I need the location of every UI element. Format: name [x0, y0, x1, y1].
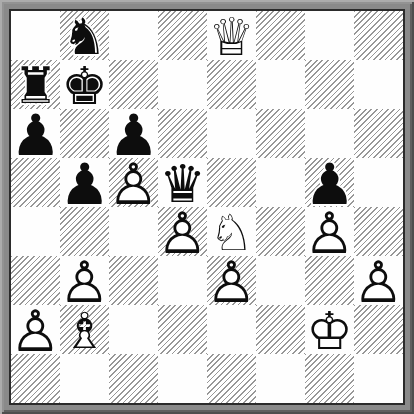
- white-piece-fill-glyph: ♟: [158, 209, 207, 258]
- white-piece-outline-glyph: ♙: [11, 307, 60, 356]
- white-piece-outline-glyph: ♗: [60, 306, 109, 355]
- square-b3[interactable]: ♟♙: [60, 256, 109, 305]
- square-a3[interactable]: [11, 256, 60, 305]
- square-f7[interactable]: [256, 60, 305, 109]
- square-d1[interactable]: [158, 354, 207, 403]
- white-piece-fill-glyph: ♟: [109, 160, 158, 209]
- square-e5[interactable]: [207, 158, 256, 207]
- square-d6[interactable]: [158, 109, 207, 158]
- white-piece-fill-glyph: ♟: [305, 209, 354, 258]
- square-c5[interactable]: ♟♙: [109, 158, 158, 207]
- white-piece-fill-glyph: ♟: [207, 258, 256, 307]
- white-piece-outline-glyph: ♙: [109, 160, 158, 209]
- square-a1[interactable]: [11, 354, 60, 403]
- white-piece-fill-glyph: ♟: [11, 307, 60, 356]
- square-a2[interactable]: ♟♙: [11, 305, 60, 354]
- square-h8[interactable]: [354, 11, 403, 60]
- white-knight-e4[interactable]: ♞♘: [207, 207, 256, 256]
- white-pawn-d4[interactable]: ♟♙: [158, 207, 207, 256]
- square-a4[interactable]: [11, 207, 60, 256]
- white-piece-fill-glyph: ♚: [305, 306, 354, 355]
- square-e8[interactable]: ♛♕: [207, 11, 256, 60]
- square-g1[interactable]: [305, 354, 354, 403]
- square-a7[interactable]: ♜: [11, 60, 60, 109]
- square-a5[interactable]: [11, 158, 60, 207]
- square-b1[interactable]: [60, 354, 109, 403]
- square-e3[interactable]: ♟♙: [207, 256, 256, 305]
- white-piece-fill-glyph: ♛: [207, 12, 256, 61]
- black-queen-d5[interactable]: ♛: [158, 158, 207, 207]
- square-d8[interactable]: [158, 11, 207, 60]
- square-g8[interactable]: [305, 11, 354, 60]
- square-c6[interactable]: ♟: [109, 109, 158, 158]
- white-piece-outline-glyph: ♙: [305, 209, 354, 258]
- white-piece-outline-glyph: ♙: [354, 258, 403, 307]
- white-queen-e8[interactable]: ♛♕: [207, 11, 256, 60]
- square-e1[interactable]: [207, 354, 256, 403]
- board-frame: ♞♛♕♜♚♟♟♟♟♙♛♟♟♙♞♘♟♙♟♙♟♙♟♙♟♙♝♗♚♔: [0, 0, 414, 414]
- white-piece-fill-glyph: ♞: [207, 208, 256, 257]
- white-pawn-b3[interactable]: ♟♙: [60, 256, 109, 305]
- white-piece-outline-glyph: ♙: [158, 209, 207, 258]
- white-piece-fill-glyph: ♝: [60, 306, 109, 355]
- square-f3[interactable]: [256, 256, 305, 305]
- square-b4[interactable]: [60, 207, 109, 256]
- square-c8[interactable]: [109, 11, 158, 60]
- black-piece-glyph: ♚: [60, 61, 109, 110]
- square-b6[interactable]: [60, 109, 109, 158]
- black-pawn-c6[interactable]: ♟: [109, 109, 158, 158]
- square-d7[interactable]: [158, 60, 207, 109]
- square-f8[interactable]: [256, 11, 305, 60]
- black-knight-b8[interactable]: ♞: [60, 11, 109, 60]
- square-h4[interactable]: [354, 207, 403, 256]
- square-c3[interactable]: [109, 256, 158, 305]
- square-h2[interactable]: [354, 305, 403, 354]
- square-f2[interactable]: [256, 305, 305, 354]
- white-piece-outline-glyph: ♔: [305, 306, 354, 355]
- white-pawn-h3[interactable]: ♟♙: [354, 256, 403, 305]
- white-pawn-e3[interactable]: ♟♙: [207, 256, 256, 305]
- square-b2[interactable]: ♝♗: [60, 305, 109, 354]
- black-piece-glyph: ♟: [109, 111, 158, 160]
- white-pawn-a2[interactable]: ♟♙: [11, 305, 60, 354]
- square-h3[interactable]: ♟♙: [354, 256, 403, 305]
- square-d3[interactable]: [158, 256, 207, 305]
- square-d4[interactable]: ♟♙: [158, 207, 207, 256]
- square-g3[interactable]: [305, 256, 354, 305]
- square-g2[interactable]: ♚♔: [305, 305, 354, 354]
- square-b7[interactable]: ♚: [60, 60, 109, 109]
- white-piece-outline-glyph: ♙: [207, 258, 256, 307]
- white-pawn-g4[interactable]: ♟♙: [305, 207, 354, 256]
- black-piece-glyph: ♟: [60, 160, 109, 209]
- black-piece-glyph: ♛: [158, 159, 207, 208]
- square-h6[interactable]: [354, 109, 403, 158]
- black-piece-glyph: ♞: [60, 12, 109, 61]
- square-f1[interactable]: [256, 354, 305, 403]
- black-pawn-a6[interactable]: ♟: [11, 109, 60, 158]
- white-king-g2[interactable]: ♚♔: [305, 305, 354, 354]
- square-f4[interactable]: [256, 207, 305, 256]
- black-king-b7[interactable]: ♚: [60, 60, 109, 109]
- white-piece-fill-glyph: ♟: [354, 258, 403, 307]
- square-e7[interactable]: [207, 60, 256, 109]
- square-h7[interactable]: [354, 60, 403, 109]
- white-piece-fill-glyph: ♟: [60, 258, 109, 307]
- square-h5[interactable]: [354, 158, 403, 207]
- black-piece-glyph: ♟: [11, 111, 60, 160]
- square-a6[interactable]: ♟: [11, 109, 60, 158]
- square-g6[interactable]: [305, 109, 354, 158]
- square-c2[interactable]: [109, 305, 158, 354]
- white-pawn-c5[interactable]: ♟♙: [109, 158, 158, 207]
- square-e6[interactable]: [207, 109, 256, 158]
- square-h1[interactable]: [354, 354, 403, 403]
- black-piece-glyph: ♟: [305, 160, 354, 209]
- black-rook-a7[interactable]: ♜: [11, 60, 60, 109]
- black-piece-glyph: ♜: [11, 61, 60, 110]
- chess-board: ♞♛♕♜♚♟♟♟♟♙♛♟♟♙♞♘♟♙♟♙♟♙♟♙♟♙♝♗♚♔: [9, 9, 405, 405]
- square-c4[interactable]: [109, 207, 158, 256]
- white-piece-outline-glyph: ♙: [60, 258, 109, 307]
- black-pawn-b5[interactable]: ♟: [60, 158, 109, 207]
- square-d2[interactable]: [158, 305, 207, 354]
- square-g5[interactable]: ♟: [305, 158, 354, 207]
- white-bishop-b2[interactable]: ♝♗: [60, 305, 109, 354]
- square-a8[interactable]: [11, 11, 60, 60]
- square-c7[interactable]: [109, 60, 158, 109]
- square-e4[interactable]: ♞♘: [207, 207, 256, 256]
- square-b5[interactable]: ♟: [60, 158, 109, 207]
- square-f5[interactable]: [256, 158, 305, 207]
- white-piece-outline-glyph: ♘: [207, 208, 256, 257]
- square-f6[interactable]: [256, 109, 305, 158]
- square-e2[interactable]: [207, 305, 256, 354]
- white-piece-outline-glyph: ♕: [207, 12, 256, 61]
- square-d5[interactable]: ♛: [158, 158, 207, 207]
- square-g7[interactable]: [305, 60, 354, 109]
- black-pawn-g5[interactable]: ♟: [305, 158, 354, 207]
- square-g4[interactable]: ♟♙: [305, 207, 354, 256]
- square-c1[interactable]: [109, 354, 158, 403]
- square-b8[interactable]: ♞: [60, 11, 109, 60]
